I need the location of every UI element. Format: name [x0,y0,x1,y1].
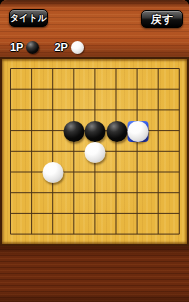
board-cell-f5[interactable] [105,141,126,162]
board-cell-e9[interactable] [84,224,105,245]
board-cell-e6[interactable] [84,161,105,182]
board-cell-a9[interactable] [0,224,21,245]
board-cell-h8[interactable] [148,203,169,224]
board-cell-e8[interactable] [84,203,105,224]
board-cell-b2[interactable] [21,79,42,100]
game-screen: タイトル 戻す 1P 2P [0,0,189,302]
white-stone [127,121,148,142]
board-cell-h1[interactable] [148,58,169,79]
board-cell-e2[interactable] [84,79,105,100]
black-stone [85,121,106,142]
board-cell-d5[interactable] [63,141,84,162]
board-cell-h2[interactable] [148,79,169,100]
board-cell-c3[interactable] [42,99,63,120]
board-cell-g1[interactable] [127,58,148,79]
undo-button[interactable]: 戻す [141,10,183,28]
board-cell-c1[interactable] [42,58,63,79]
board-cell-g2[interactable] [127,79,148,100]
board-cell-d6[interactable] [63,161,84,182]
board-cell-g9[interactable] [127,224,148,245]
board-cell-c2[interactable] [42,79,63,100]
board-cell-c8[interactable] [42,203,63,224]
board-cell-f4[interactable] [105,120,126,141]
board-cell-f8[interactable] [105,203,126,224]
board-cell-h4[interactable] [148,120,169,141]
board-cell-b9[interactable] [21,224,42,245]
board-cell-f2[interactable] [105,79,126,100]
board-cell-c6[interactable] [42,161,63,182]
board-cell-h9[interactable] [148,224,169,245]
board-cell-f6[interactable] [105,161,126,182]
board-cell-c5[interactable] [42,141,63,162]
board-cell-b4[interactable] [21,120,42,141]
board-cell-a3[interactable] [0,99,21,120]
board-cell-d4[interactable] [63,120,84,141]
board-cell-c7[interactable] [42,182,63,203]
board-cell-g4[interactable] [127,120,148,141]
board-cell-f3[interactable] [105,99,126,120]
board-cell-d3[interactable] [63,99,84,120]
board-cell-b5[interactable] [21,141,42,162]
player2-label: 2P [54,41,67,53]
player1-label: 1P [10,41,23,53]
title-button[interactable]: タイトル [9,9,48,27]
board-cell-a4[interactable] [0,120,21,141]
board-cell-i9[interactable] [169,224,189,245]
board-cell-a1[interactable] [0,58,21,79]
top-bar: タイトル 戻す 1P 2P [0,0,189,57]
board-cell-c9[interactable] [42,224,63,245]
board-cell-g5[interactable] [127,141,148,162]
board-cell-f1[interactable] [105,58,126,79]
board-cell-h7[interactable] [148,182,169,203]
board-cell-g6[interactable] [127,161,148,182]
board-cell-e5[interactable] [84,141,105,162]
board-grid [0,58,189,244]
board-cell-f9[interactable] [105,224,126,245]
board-cell-e7[interactable] [84,182,105,203]
board-cell-i2[interactable] [169,79,189,100]
player1-stone-icon [26,41,39,54]
black-stone [106,121,127,142]
board-cell-d9[interactable] [63,224,84,245]
board-cell-g7[interactable] [127,182,148,203]
board-cell-e4[interactable] [84,120,105,141]
board-cell-i7[interactable] [169,182,189,203]
board-cell-d7[interactable] [63,182,84,203]
board-cell-h6[interactable] [148,161,169,182]
player2-stone-icon [71,41,84,54]
board-frame [0,57,189,246]
board-cell-i8[interactable] [169,203,189,224]
board-cell-g3[interactable] [127,99,148,120]
white-stone [43,162,64,183]
board-cell-b8[interactable] [21,203,42,224]
board-cell-i3[interactable] [169,99,189,120]
board-cell-i4[interactable] [169,120,189,141]
white-stone [85,142,106,163]
board-cell-c4[interactable] [42,120,63,141]
board-cell-d1[interactable] [63,58,84,79]
board-cell-a8[interactable] [0,203,21,224]
board-cell-e1[interactable] [84,58,105,79]
board-cell-f7[interactable] [105,182,126,203]
board-cell-g8[interactable] [127,203,148,224]
board-cell-d8[interactable] [63,203,84,224]
board-cell-a2[interactable] [0,79,21,100]
board-cell-b1[interactable] [21,58,42,79]
board-cell-i6[interactable] [169,161,189,182]
board-cell-h3[interactable] [148,99,169,120]
board-cell-h5[interactable] [148,141,169,162]
board-cell-b7[interactable] [21,182,42,203]
player-indicators: 1P 2P [10,39,84,55]
board-cell-e3[interactable] [84,99,105,120]
bottom-wood-panel [0,246,189,302]
board-cell-b3[interactable] [21,99,42,120]
black-stone [64,121,85,142]
board-cell-a5[interactable] [0,141,21,162]
board-cell-i5[interactable] [169,141,189,162]
go-board [2,59,187,244]
board-cell-a6[interactable] [0,161,21,182]
board-cell-b6[interactable] [21,161,42,182]
board-cell-a7[interactable] [0,182,21,203]
board-cell-d2[interactable] [63,79,84,100]
board-cell-i1[interactable] [169,58,189,79]
